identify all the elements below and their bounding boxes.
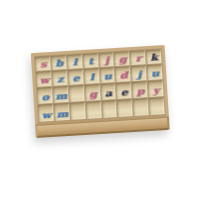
tray-cell-r2c2: z [52, 70, 68, 86]
tray-cell-r4c8 [149, 97, 165, 115]
letter-piece-w-pink[interactable]: w [39, 75, 49, 87]
tray-cell-r1c8: k [146, 49, 162, 64]
letter-piece-l-blue[interactable]: l [72, 57, 77, 68]
tray-cell-r4c2: m [54, 103, 70, 121]
tray-cell-r3c8: y [148, 80, 164, 97]
tray-cell-r4c3 [70, 102, 86, 120]
tray-cell-r1c3: l [67, 54, 83, 69]
tray-cell-r2c6: d [115, 66, 131, 82]
letter-piece-u-blue[interactable]: u [151, 68, 160, 80]
letter-piece-o-blue[interactable]: o [41, 92, 49, 103]
tray-cell-r3c1: o [37, 87, 53, 104]
letter-piece-j-blue[interactable]: j [137, 69, 142, 80]
tray-cell-r4c4 [85, 101, 101, 119]
tray-cell-r2c8: u [147, 64, 163, 80]
letter-piece-m-blue[interactable]: m [56, 109, 68, 121]
letter-piece-d-pink[interactable]: d [119, 70, 127, 81]
tray-cell-r2c4: l [83, 68, 99, 84]
tray-cell-r4c7 [133, 98, 149, 116]
letter-piece-w-blue[interactable]: w [41, 110, 51, 122]
letter-piece-e-dark[interactable]: e [120, 87, 128, 98]
letter-piece-j-pink[interactable]: j [104, 55, 109, 66]
tray-cell-r3c3 [69, 85, 85, 102]
letter-piece-b-blue[interactable]: b [55, 58, 63, 69]
tray-cell-r1c7: r [130, 50, 146, 65]
letter-piece-z-blue[interactable]: z [56, 74, 63, 85]
tray-cell-r1c5: j [98, 52, 114, 67]
tray-cell-r1c1: s [35, 56, 51, 71]
tray-cell-r2c7: j [131, 65, 147, 81]
letter-piece-r-pink[interactable]: r [135, 53, 141, 64]
tray-cell-r4c6 [117, 99, 133, 117]
letter-piece-e-blue[interactable]: e [72, 73, 80, 84]
tray-cell-r3c2: m [53, 86, 69, 103]
letter-piece-u-blue[interactable]: u [103, 71, 112, 83]
tray-grid: sbltjgrkwzeludjuomgaepywm [31, 45, 169, 125]
tray-cell-r1c6: g [114, 51, 130, 66]
product-photo-scene: sbltjgrkwzeludjuomgaepywm [0, 0, 200, 200]
letter-piece-g-pink[interactable]: g [118, 54, 126, 65]
letter-piece-a-dark[interactable]: a [104, 88, 112, 99]
tray-cell-r1c2: b [51, 55, 67, 70]
tray-cell-r3c4: g [84, 84, 100, 101]
letter-piece-y-pink[interactable]: y [152, 85, 159, 96]
letter-piece-l-blue[interactable]: l [89, 72, 94, 83]
tray-cell-r2c5: u [99, 67, 115, 83]
letter-piece-p-pink[interactable]: p [136, 86, 144, 97]
tray-cell-r2c1: w [36, 71, 52, 87]
letter-piece-t-blue[interactable]: t [88, 56, 94, 67]
letter-piece-s-pink[interactable]: s [40, 59, 47, 70]
letter-piece-k-dark[interactable]: k [150, 52, 158, 63]
letter-tray: sbltjgrkwzeludjuomgaepywm [31, 45, 169, 130]
tray-cell-r3c7: p [132, 81, 148, 98]
tray-cell-r4c1: w [38, 104, 54, 122]
tray-cell-r3c5: a [100, 83, 116, 100]
tray-cell-r1c4: t [83, 53, 99, 68]
letter-piece-g-pink[interactable]: g [88, 89, 96, 100]
tray-cell-r3c6: e [116, 82, 132, 99]
tray-cell-r2c3: e [68, 69, 84, 85]
letter-piece-m-blue[interactable]: m [55, 91, 67, 103]
tray-cell-r4c5 [101, 100, 117, 118]
